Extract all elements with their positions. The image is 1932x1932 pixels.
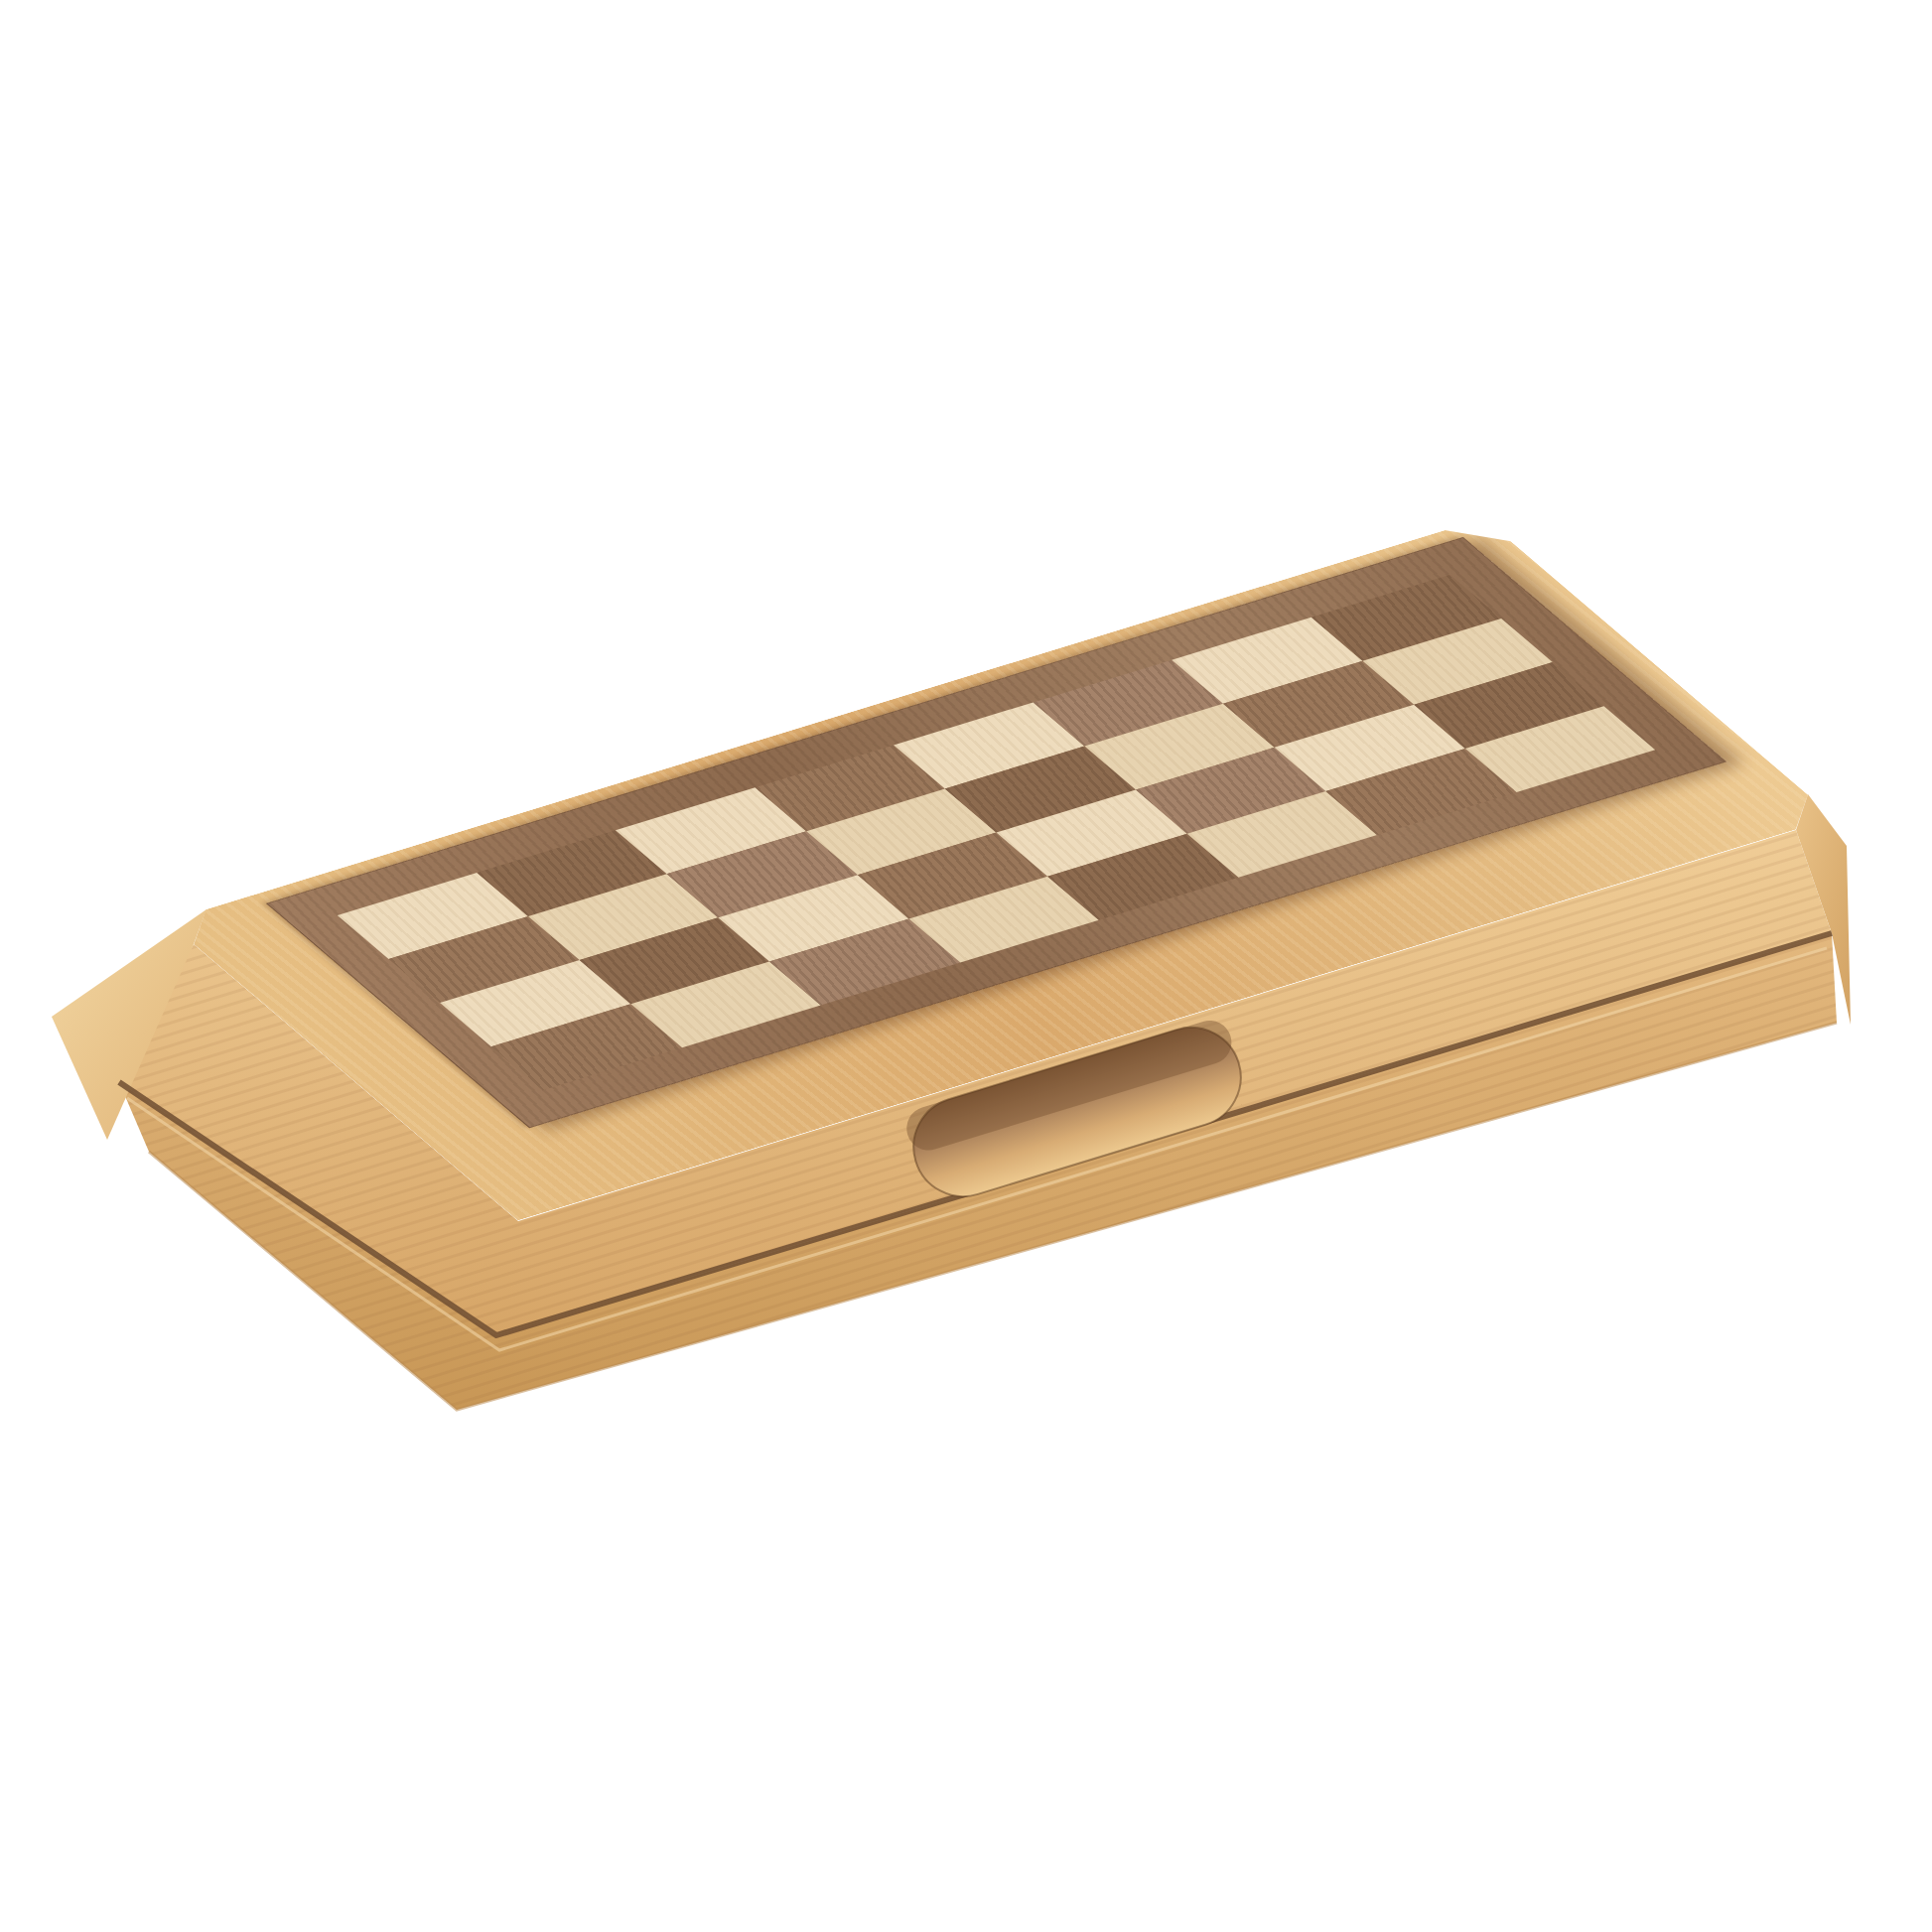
product-photo-scene [0,0,1932,1932]
